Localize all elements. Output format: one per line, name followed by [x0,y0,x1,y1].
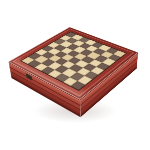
square-b1 [77,76,92,85]
square-e3 [81,56,94,63]
square-a4 [48,70,62,78]
square-f1 [102,58,115,65]
square-a5 [41,66,55,74]
chess-box-lid [9,27,139,100]
chess-box [0,0,150,150]
square-b2 [70,72,84,80]
square-d2 [82,63,96,71]
square-g1 [108,54,121,61]
square-h1 [113,50,126,57]
square-c3 [69,64,83,72]
product-photo [0,0,150,150]
square-b6 [41,59,54,66]
square-a6 [34,63,48,71]
square-b5 [48,62,62,70]
square-e1 [96,62,110,70]
square-d1 [90,67,104,75]
square-a3 [55,73,69,82]
square-c2 [76,68,90,76]
square-b3 [62,69,76,77]
square-a2 [63,77,78,86]
square-f2 [94,55,107,62]
square-e2 [89,59,102,67]
square-d4 [68,57,81,64]
square-c4 [62,61,76,69]
square-a7 [28,60,41,67]
square-d3 [75,60,88,68]
square-c1 [84,71,98,79]
square-b4 [55,65,69,73]
square-a1 [71,81,86,90]
square-c5 [55,58,68,65]
